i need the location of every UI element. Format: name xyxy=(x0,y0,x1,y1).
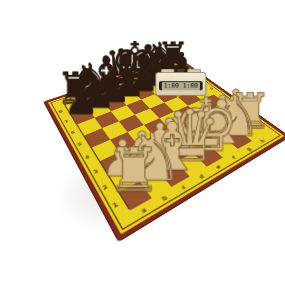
square-c2 xyxy=(147,148,176,171)
square-e1 xyxy=(193,145,223,167)
square-b4 xyxy=(110,132,137,152)
product-photo-background: { "game": "chess", "scene_label": "Woode… xyxy=(0,0,285,285)
board-face: aabbccddeeffgghh8877665544332211 xyxy=(48,59,284,235)
square-a3 xyxy=(100,152,129,176)
square-a2 xyxy=(109,166,139,192)
square-a6 xyxy=(77,118,102,136)
file-label-bottom-b: b xyxy=(158,193,170,203)
square-d1 xyxy=(177,153,207,177)
square-d2 xyxy=(165,140,194,161)
square-d4 xyxy=(144,118,170,136)
square-e2 xyxy=(181,133,209,153)
file-label-bottom-g: g xyxy=(243,145,254,153)
file-label-bottom-e: e xyxy=(212,162,223,171)
rank-label-left-3: 3 xyxy=(90,167,101,176)
square-g1 xyxy=(224,129,252,149)
square-g2 xyxy=(211,119,238,137)
square-h1 xyxy=(238,122,266,141)
square-c3 xyxy=(137,136,165,157)
board-grid xyxy=(64,66,264,210)
rank-label-right-1: 1 xyxy=(256,122,266,128)
rank-label-left-1: 1 xyxy=(109,199,121,210)
square-a4 xyxy=(92,140,119,161)
square-a1 xyxy=(119,181,151,210)
file-label-bottom-c: c xyxy=(178,182,190,192)
square-b1 xyxy=(140,171,172,198)
file-label-bottom-f: f xyxy=(228,153,239,161)
square-d3 xyxy=(154,129,181,149)
file-label-bottom-h: h xyxy=(257,137,267,144)
square-c4 xyxy=(128,125,154,144)
rank-label-left-2: 2 xyxy=(99,182,111,192)
file-label-bottom-d: d xyxy=(196,172,208,181)
rank-label-left-5: 5 xyxy=(75,141,85,148)
square-b2 xyxy=(129,157,159,181)
square-f1 xyxy=(209,137,238,158)
rank-label-left-6: 6 xyxy=(68,129,77,136)
chess-board: aabbccddeeffgghh8877665544332211 1:00 1:… xyxy=(48,59,284,235)
square-e3 xyxy=(170,122,197,140)
rank-label-left-8: 8 xyxy=(56,109,65,115)
chess-set-scene: aabbccddeeffgghh8877665544332211 1:00 1:… xyxy=(0,0,285,285)
square-f2 xyxy=(196,126,223,145)
rank-label-left-4: 4 xyxy=(82,153,92,161)
square-b5 xyxy=(102,121,127,139)
square-b3 xyxy=(119,144,147,166)
square-c1 xyxy=(159,162,190,187)
square-a5 xyxy=(84,128,110,147)
file-label-bottom-a: a xyxy=(137,204,150,215)
rank-label-left-7: 7 xyxy=(62,118,71,124)
